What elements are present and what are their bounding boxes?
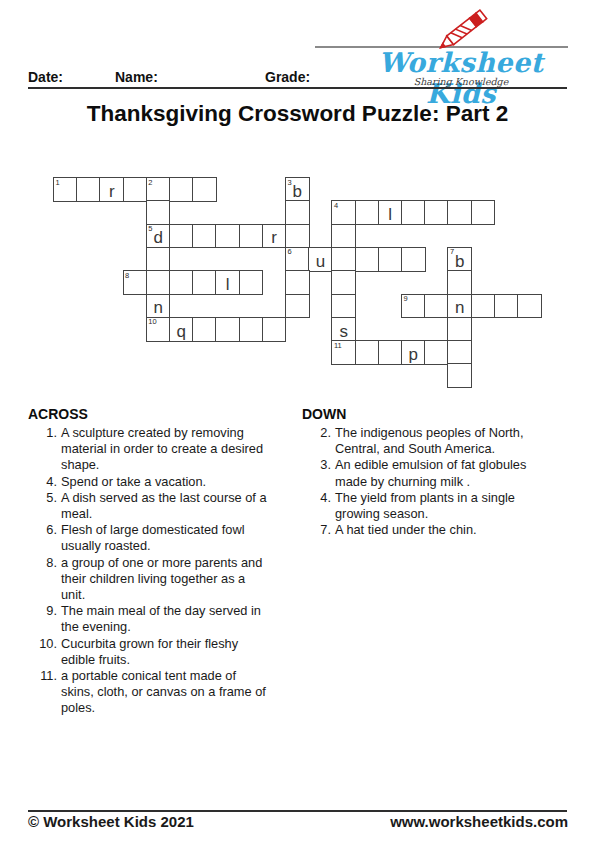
grid-cell-r7c16[interactable] [424, 340, 449, 365]
grid-cell-r5c18[interactable] [471, 294, 496, 319]
grid-cell-r5c10[interactable] [285, 294, 310, 319]
website-link[interactable]: www.worksheetkids.com [390, 813, 568, 830]
across-clue-8: 8.a group of one or more parents and the… [28, 555, 303, 604]
clue-number: 2. [302, 425, 331, 441]
grid-cell-r3c17[interactable]: 7b [447, 247, 472, 272]
down-list: 2.The indigenous peoples of North, Centr… [302, 425, 577, 538]
grid-cell-r1c15[interactable] [401, 200, 426, 225]
grid-cell-r1c14[interactable]: l [378, 200, 403, 225]
date-label: Date: [28, 69, 63, 85]
grid-cell-r0c1[interactable] [76, 177, 101, 202]
down-clues-section: DOWN 2.The indigenous peoples of North, … [302, 406, 577, 538]
grid-cell-r7c14[interactable] [378, 340, 403, 365]
grid-cell-r2c5[interactable] [169, 224, 194, 249]
grid-cell-r6c9[interactable] [262, 317, 287, 342]
grid-cell-r0c2[interactable]: r [99, 177, 124, 202]
grid-cell-r6c4[interactable]: 10 [146, 317, 171, 342]
grid-cell-r7c15[interactable]: p [401, 340, 426, 365]
grid-cell-r6c7[interactable] [215, 317, 240, 342]
clue-number: 9 [404, 295, 408, 303]
clue-text: Cucurbita grown for their fleshy edible … [61, 636, 238, 668]
grid-cell-r3c4[interactable] [146, 247, 171, 272]
down-heading: DOWN [302, 406, 577, 422]
across-clue-11: 11.a portable conical tent made of skins… [28, 668, 303, 717]
clue-text: An edible emulsion of fat globules made … [335, 457, 526, 489]
across-clues-section: ACROSS 1.A sculpture created by removing… [28, 406, 303, 717]
grid-cell-r5c12[interactable] [331, 294, 356, 319]
across-list: 1.A sculpture created by removing materi… [28, 425, 303, 717]
grid-cell-r5c4[interactable]: n [146, 294, 171, 319]
clue-number: 4. [28, 474, 57, 490]
grid-cell-r4c17[interactable] [447, 270, 472, 295]
grid-cell-r3c15[interactable] [401, 247, 426, 272]
clue-text: A hat tied under the chin. [335, 522, 477, 538]
hint-letter: l [216, 276, 239, 293]
grade-label: Grade: [265, 69, 310, 85]
hint-letter: b [286, 183, 309, 200]
hint-letter: q [170, 323, 193, 340]
hint-letter: b [448, 253, 471, 270]
grid-cell-r4c5[interactable] [169, 270, 194, 295]
grid-cell-r4c4[interactable] [146, 270, 171, 295]
clue-number: 8. [28, 555, 57, 571]
clue-text: Spend or take a vacation. [61, 474, 206, 490]
clue-text: The indigenous peoples of North, Central… [335, 425, 524, 457]
header-rule [28, 87, 567, 89]
grid-cell-r2c6[interactable] [192, 224, 217, 249]
across-clue-1: 1.A sculpture created by removing materi… [28, 425, 303, 474]
clue-number: 6. [28, 522, 57, 538]
clue-number: 7. [302, 522, 331, 538]
across-clue-6: 6.Flesh of large domesticated fowl usual… [28, 522, 303, 554]
clue-number: 8 [125, 272, 129, 280]
grid-cell-r1c4[interactable] [146, 200, 171, 225]
clue-text: The yield from plants in a single growin… [335, 490, 515, 522]
clue-number: 6 [288, 248, 292, 256]
grid-cell-r7c12[interactable]: 11 [331, 340, 356, 365]
clue-text: a group of one or more parents and their… [61, 555, 262, 604]
clue-number: 1 [56, 179, 60, 187]
grid-cell-r2c9[interactable]: r [262, 224, 287, 249]
grid-cell-r3c14[interactable] [378, 247, 403, 272]
grid-cell-r5c16[interactable] [424, 294, 449, 319]
across-clue-9: 9.The main meal of the day served in the… [28, 603, 303, 635]
clue-text: A sculpture created by removing material… [61, 425, 263, 474]
clue-text: The main meal of the day served in the e… [61, 603, 261, 635]
clue-number: 1. [28, 425, 57, 441]
grid-cell-r4c10[interactable] [285, 270, 310, 295]
hint-letter: p [402, 346, 425, 363]
page-title: Thanksgiving Crossword Puzzle: Part 2 [0, 101, 595, 127]
hint-letter: n [147, 299, 170, 316]
hint-letter: n [448, 299, 471, 316]
footer-rule [28, 810, 567, 812]
grid-cell-r6c6[interactable] [192, 317, 217, 342]
clue-text: a portable conical tent made of skins, c… [61, 668, 266, 717]
grid-cell-r2c7[interactable] [215, 224, 240, 249]
clue-number: 2 [148, 179, 152, 187]
grid-cell-r3c11[interactable]: u [308, 247, 333, 272]
grid-cell-r4c12[interactable] [331, 270, 356, 295]
grid-cell-r5c15[interactable]: 9 [401, 294, 426, 319]
grid-cell-r6c8[interactable] [239, 317, 264, 342]
grid-cell-r0c4[interactable]: 2 [146, 177, 171, 202]
grid-cell-r6c5[interactable]: q [169, 317, 194, 342]
grid-cell-r0c6[interactable] [192, 177, 217, 202]
down-clue-7: 7.A hat tied under the chin. [302, 522, 577, 538]
clue-number: 10. [28, 636, 57, 652]
hint-letter: d [147, 229, 170, 246]
grid-cell-r1c13[interactable] [355, 200, 380, 225]
name-label: Name: [115, 69, 158, 85]
grid-cell-r4c3[interactable]: 8 [123, 270, 148, 295]
grid-cell-r1c17[interactable] [447, 200, 472, 225]
grid-cell-r2c10[interactable] [285, 224, 310, 249]
grid-cell-r3c12[interactable] [331, 247, 356, 272]
clue-number: 10 [148, 318, 156, 326]
grid-cell-r2c4[interactable]: 5d [146, 224, 171, 249]
worksheet-page: Date: Name: Grade: Worksheet Kids Sharin… [0, 0, 595, 842]
clue-number: 11. [28, 668, 57, 684]
grid-cell-r5c17[interactable]: n [447, 294, 472, 319]
hint-letter: r [100, 183, 123, 200]
grid-cell-r5c19[interactable] [494, 294, 519, 319]
crossword-grid: 1r23b4l5dr6u7b8ln9n10qs11p [53, 177, 543, 389]
copyright-text: © Worksheet Kids 2021 [28, 813, 194, 830]
clue-number: 5. [28, 490, 57, 506]
across-clue-5: 5.A dish served as the last course of a … [28, 490, 303, 522]
hint-letter: s [332, 323, 355, 340]
grid-cell-r4c8[interactable] [239, 270, 264, 295]
down-clue-4: 4.The yield from plants in a single grow… [302, 490, 577, 522]
grid-cell-r4c7[interactable]: l [215, 270, 240, 295]
clue-number: 11 [334, 342, 342, 350]
grid-cell-r1c16[interactable] [424, 200, 449, 225]
down-clue-2: 2.The indigenous peoples of North, Centr… [302, 425, 577, 457]
grid-cell-r1c10[interactable] [285, 200, 310, 225]
clue-text: A dish served as the last course of a me… [61, 490, 267, 522]
clue-number: 9. [28, 603, 57, 619]
clue-number: 3. [302, 457, 331, 473]
grid-cell-r1c18[interactable] [471, 200, 496, 225]
grid-cell-r3c10[interactable]: 6 [285, 247, 310, 272]
grid-cell-r5c20[interactable] [517, 294, 542, 319]
grid-cell-r0c5[interactable] [169, 177, 194, 202]
across-clue-4: 4.Spend or take a vacation. [28, 474, 303, 490]
clue-number: 4 [334, 202, 338, 210]
hint-letter: u [309, 253, 332, 270]
grid-cell-r0c3[interactable] [123, 177, 148, 202]
hint-letter: l [379, 206, 402, 223]
grid-cell-r3c13[interactable] [355, 247, 380, 272]
grid-cell-r0c0[interactable]: 1 [53, 177, 78, 202]
down-clue-3: 3.An edible emulsion of fat globules mad… [302, 457, 577, 489]
grid-cell-r0c10[interactable]: 3b [285, 177, 310, 202]
grid-cell-r1c12[interactable]: 4 [331, 200, 356, 225]
grid-cell-r6c17[interactable] [447, 317, 472, 342]
across-clue-10: 10.Cucurbita grown for their fleshy edib… [28, 636, 303, 668]
grid-cell-r4c6[interactable] [192, 270, 217, 295]
grid-cell-r8c17[interactable] [447, 363, 472, 388]
clue-text: Flesh of large domesticated fowl usually… [61, 522, 245, 554]
grid-cell-r2c12[interactable] [331, 224, 356, 249]
grid-cell-r6c12[interactable]: s [331, 317, 356, 342]
clue-number: 4. [302, 490, 331, 506]
grid-cell-r2c8[interactable] [239, 224, 264, 249]
brand-tagline: Sharing Knowledge [352, 76, 570, 87]
across-heading: ACROSS [28, 406, 303, 422]
grid-cell-r7c17[interactable] [447, 340, 472, 365]
grid-cell-r7c13[interactable] [355, 340, 380, 365]
hint-letter: r [263, 229, 286, 246]
